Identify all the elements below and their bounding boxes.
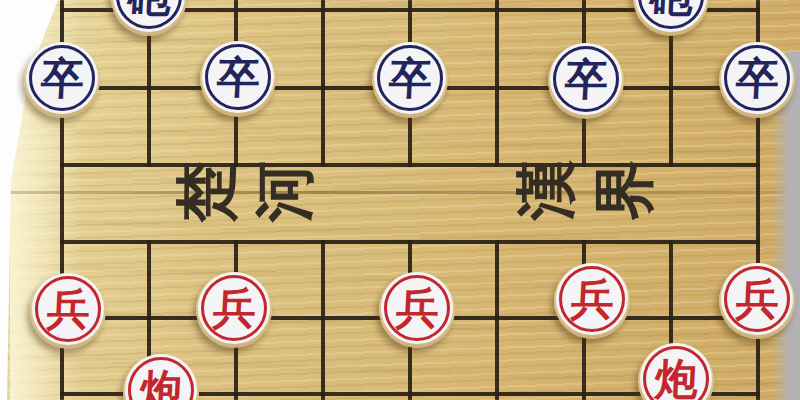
piece-character: 兵 bbox=[394, 287, 439, 330]
piece-face: 兵 bbox=[384, 275, 450, 341]
river-character: 漢 bbox=[512, 156, 580, 224]
black-cannon-h3[interactable]: 砲 bbox=[633, 0, 709, 36]
grid-line bbox=[321, 240, 325, 400]
piece-face: 炮 bbox=[128, 357, 194, 400]
red-cannon-b8[interactable]: 炮 bbox=[123, 354, 199, 400]
river-character: 界 bbox=[590, 156, 658, 224]
piece-face: 炮 bbox=[643, 346, 709, 400]
piece-character: 兵 bbox=[569, 278, 614, 321]
black-cannon-b3[interactable]: 砲 bbox=[111, 0, 187, 36]
grid-line bbox=[60, 240, 760, 244]
red-cannon-h8[interactable]: 炮 bbox=[638, 343, 714, 400]
piece-face: 卒 bbox=[29, 45, 95, 111]
piece-face: 卒 bbox=[205, 44, 271, 110]
black-soldier-i4[interactable]: 卒 bbox=[719, 42, 795, 118]
grid-line bbox=[495, 0, 499, 167]
black-soldier-a4[interactable]: 卒 bbox=[24, 42, 100, 118]
piece-face: 砲 bbox=[638, 0, 704, 29]
piece-character: 炮 bbox=[653, 358, 698, 400]
red-soldier-c7[interactable]: 兵 bbox=[196, 272, 272, 348]
piece-character: 兵 bbox=[211, 287, 256, 330]
river-label-chu-river: 楚河 bbox=[172, 158, 318, 226]
red-soldier-a7[interactable]: 兵 bbox=[30, 273, 106, 349]
red-soldier-i7[interactable]: 兵 bbox=[719, 263, 795, 339]
piece-face: 兵 bbox=[724, 266, 790, 332]
board-fold-seam bbox=[0, 191, 800, 194]
piece-character: 兵 bbox=[734, 278, 779, 321]
piece-character: 砲 bbox=[126, 0, 171, 18]
black-soldier-g4[interactable]: 卒 bbox=[548, 43, 624, 119]
piece-character: 卒 bbox=[387, 57, 432, 100]
piece-character: 卒 bbox=[563, 58, 608, 101]
red-soldier-g7[interactable]: 兵 bbox=[554, 263, 630, 339]
piece-character: 砲 bbox=[648, 0, 693, 18]
river-character: 楚 bbox=[172, 158, 240, 226]
piece-face: 兵 bbox=[35, 276, 101, 342]
piece-face: 砲 bbox=[116, 0, 182, 29]
grid-line bbox=[495, 240, 499, 400]
piece-character: 兵 bbox=[45, 288, 90, 331]
xiangqi-board-photo: 楚河 漢界 砲砲卒卒卒卒卒兵兵兵兵兵炮炮 bbox=[0, 0, 800, 400]
river-label-han-border: 漢界 bbox=[512, 156, 658, 224]
river-character: 河 bbox=[250, 158, 318, 226]
piece-character: 炮 bbox=[138, 369, 183, 400]
piece-face: 卒 bbox=[377, 45, 443, 111]
piece-face: 兵 bbox=[201, 275, 267, 341]
piece-character: 卒 bbox=[734, 57, 779, 100]
piece-character: 卒 bbox=[215, 56, 260, 99]
piece-face: 卒 bbox=[553, 46, 619, 112]
black-soldier-e4[interactable]: 卒 bbox=[372, 42, 448, 118]
red-soldier-e7[interactable]: 兵 bbox=[379, 272, 455, 348]
grid-line bbox=[321, 0, 325, 167]
black-soldier-c4[interactable]: 卒 bbox=[200, 41, 276, 117]
piece-face: 卒 bbox=[724, 45, 790, 111]
piece-face: 兵 bbox=[559, 266, 625, 332]
piece-character: 卒 bbox=[39, 57, 84, 100]
